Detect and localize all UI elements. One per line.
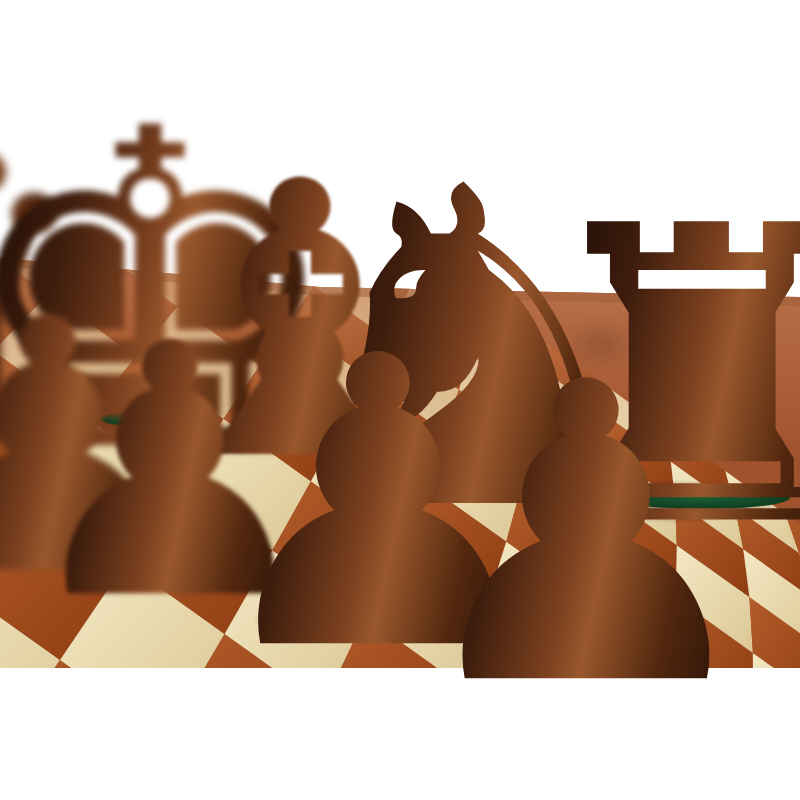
black-pawn-piece-4: ♟ [401, 330, 770, 742]
product-photo: ♛♚♝♞♜♟♟♟♟ [0, 0, 800, 800]
pieces-layer: ♛♚♝♞♜♟♟♟♟ [0, 0, 800, 800]
